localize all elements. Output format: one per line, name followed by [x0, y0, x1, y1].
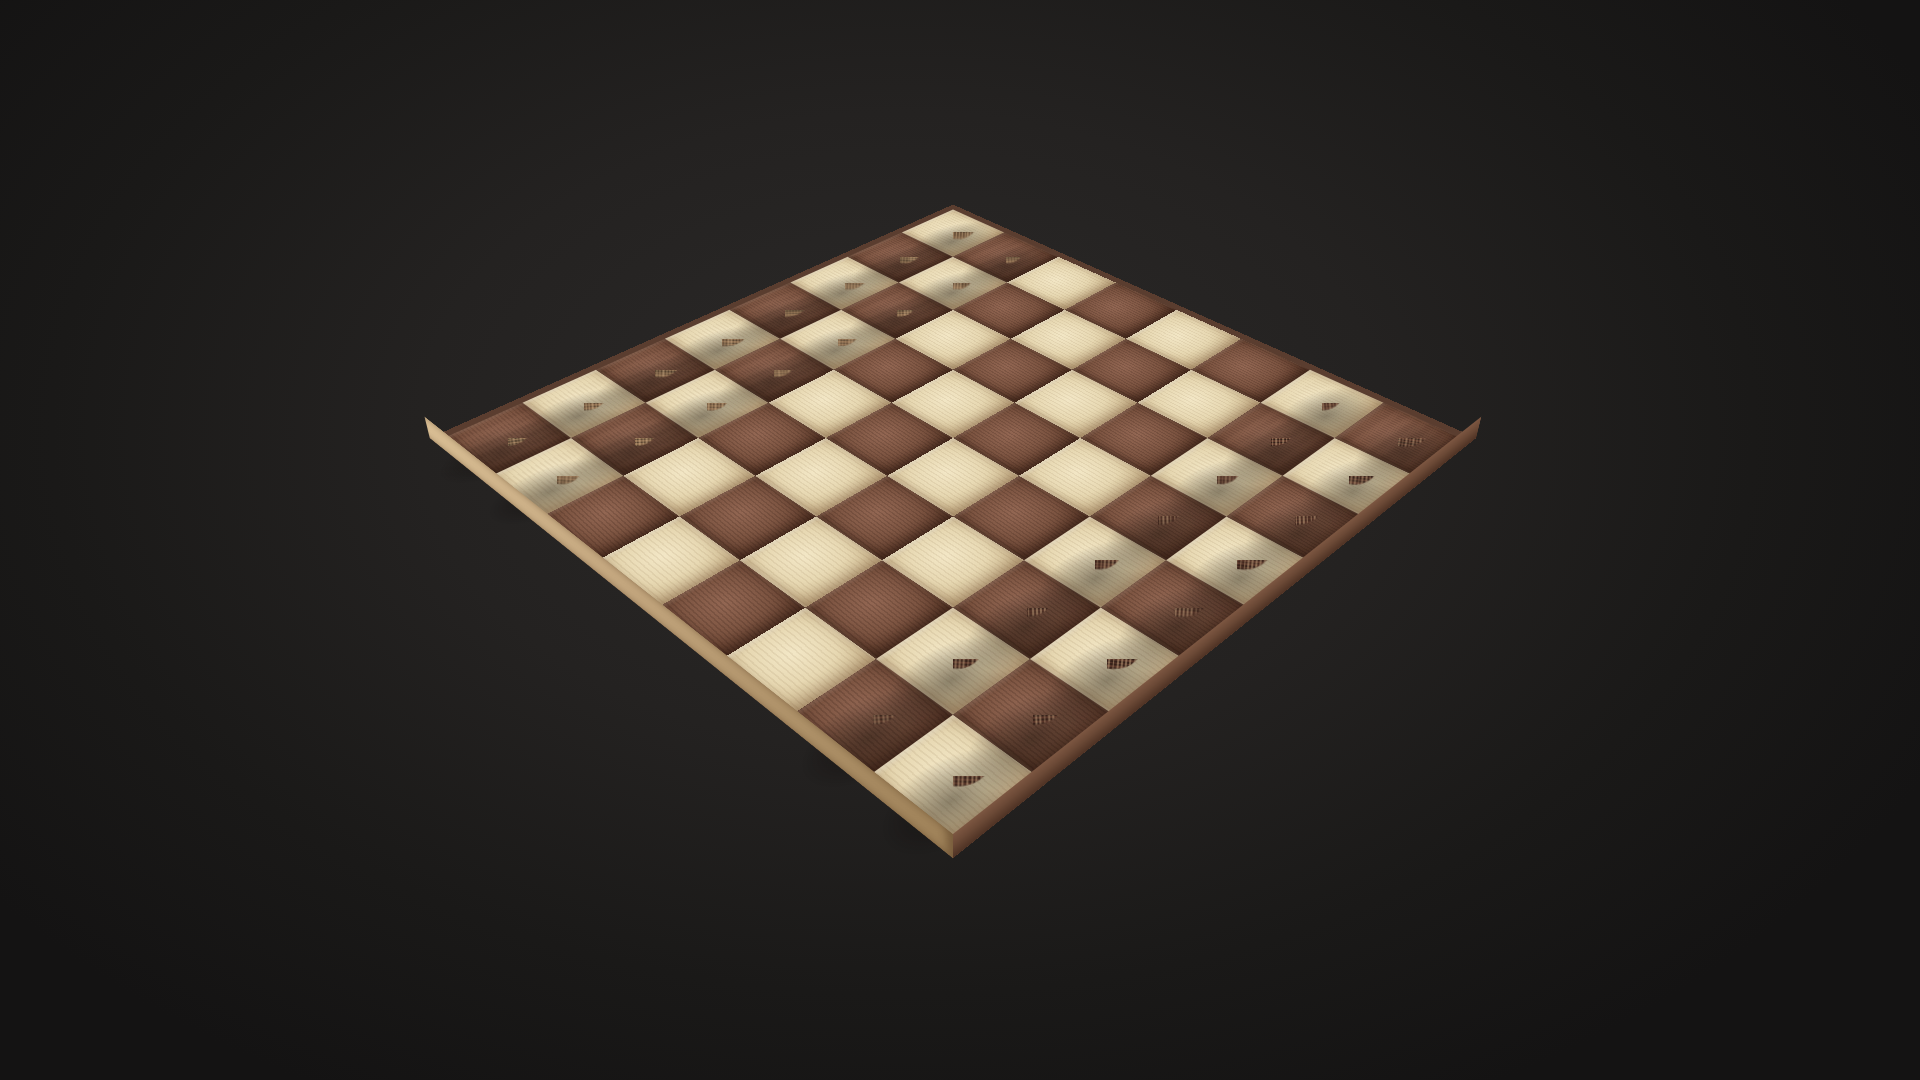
piece-black-bishop-c8 [1075, 557, 1151, 672]
piece-white-pawn-f2 [875, 264, 917, 317]
pawn-ball-head [1258, 387, 1285, 413]
render-stage [0, 0, 1920, 1080]
bishop-slit [1288, 432, 1297, 451]
piece-black-queen-d8 [1142, 488, 1218, 620]
piece-white-bishop-f1 [822, 212, 872, 291]
piece-white-bishop-c1 [630, 292, 683, 378]
piece-white-king-d1 [696, 237, 752, 347]
pawn-ball-head [883, 265, 907, 289]
bishop-slit [1111, 565, 1123, 586]
piece-white-knight-b1 [555, 326, 610, 412]
knight-peg [1347, 396, 1376, 443]
chessboard [430, 205, 1477, 859]
pawn-ball-head [619, 387, 647, 414]
bishop-neck [640, 293, 674, 360]
piece-black-knight-g8 [1322, 392, 1386, 487]
piece-black-rook-a8 [916, 694, 993, 788]
piece-white-pawn-c2 [685, 353, 731, 412]
pawn-ball-head [1141, 461, 1171, 490]
piece-white-pawn-b2 [610, 386, 658, 447]
piece-white-rook-h1 [931, 182, 981, 241]
rook-cross-slot-head [927, 694, 984, 730]
bishop-slit [844, 216, 852, 231]
piece-white-queen-e1 [757, 220, 809, 317]
king-cross-finial [1239, 435, 1261, 457]
piece-black-knight-b8 [995, 615, 1066, 727]
bishop-neck [831, 212, 863, 273]
knight-peg [884, 193, 908, 231]
piece-white-pawn-e2 [817, 292, 860, 347]
pawn-ball-head [827, 292, 852, 316]
piece-bulb [1322, 434, 1381, 488]
bishop-slit [654, 297, 662, 313]
queen-ball-finial [774, 221, 791, 237]
piece-white-knight-g1 [879, 192, 924, 265]
king-cross-finial [718, 237, 735, 254]
pawn-ball-head [695, 353, 722, 379]
